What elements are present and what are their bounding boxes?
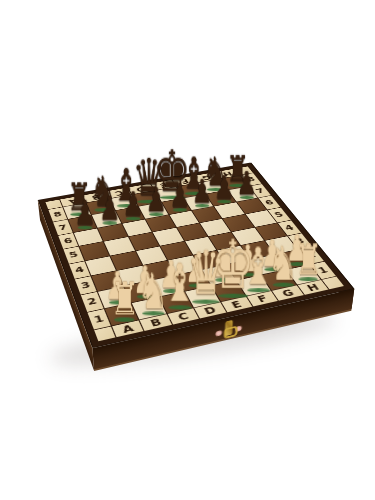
coordinate-text: A (121, 323, 135, 334)
board-3d: ABCDEFGH8♜♞♝♛♚♝♞♜87♟♟♟♟♟♟♟♟7665544332♟♟♟… (38, 163, 355, 349)
black-pawn[interactable]: ♟ (236, 167, 257, 199)
coordinate-text: C (176, 311, 190, 321)
rank-label-6: 6 (58, 233, 78, 249)
black-pawn[interactable]: ♟ (169, 179, 190, 212)
coordinate-text: D (203, 305, 218, 316)
coordinate-text: 2 (86, 297, 98, 307)
coordinate-text: 3 (80, 281, 92, 290)
white-rook[interactable]: ♜ (110, 277, 139, 322)
coordinate-text: 1 (93, 314, 106, 324)
black-pawn[interactable]: ♟ (98, 192, 120, 225)
black-pawn[interactable]: ♟ (122, 187, 143, 220)
white-knight[interactable]: ♞ (137, 267, 169, 316)
white-rook[interactable]: ♜ (295, 239, 322, 281)
coordinate-text: 6 (63, 237, 74, 245)
coordinate-text: G (280, 288, 295, 298)
black-pawn[interactable]: ♟ (214, 171, 235, 203)
black-pawn[interactable]: ♟ (146, 183, 167, 216)
coordinate-text: F (256, 294, 270, 304)
chess-set-photo: ABCDEFGH8♜♞♝♛♚♝♞♜87♟♟♟♟♟♟♟♟7665544332♟♟♟… (0, 0, 375, 500)
coordinate-text: B (149, 317, 163, 328)
coordinate-text: 5 (273, 211, 285, 218)
coordinate-text: 4 (74, 265, 85, 274)
board-scene: ABCDEFGH8♜♞♝♛♚♝♞♜87♟♟♟♟♟♟♟♟7665544332♟♟♟… (0, 0, 375, 500)
coordinate-text: E (230, 299, 243, 309)
coordinate-text: 5 (68, 251, 79, 259)
clasp-hook (224, 326, 238, 339)
coordinate-text: 8 (53, 211, 63, 218)
black-pawn[interactable]: ♟ (192, 175, 213, 207)
rank-label-4: 4 (69, 261, 90, 279)
rosette-left-icon (216, 330, 222, 337)
file-label-g: G (272, 285, 303, 300)
coordinate-text: 6 (264, 199, 276, 206)
coordinate-text: H (305, 282, 321, 292)
brass-clasp-latch (223, 319, 235, 339)
border-corner (94, 327, 115, 342)
file-label-e: E (221, 297, 252, 313)
black-pawn[interactable]: ♟ (74, 196, 96, 230)
square-a7[interactable]: ♟ (68, 215, 97, 232)
coordinate-text: 7 (58, 224, 68, 232)
